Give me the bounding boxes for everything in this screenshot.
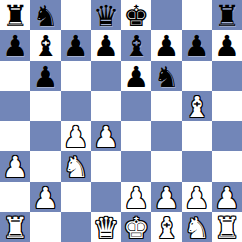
chess-board: ♜♞♛♚♜♟♝♟♟♝♟♟♟♟♟♞♝♟♟♟♞♟♟♟♟♟♜♛♚♝♞♜ (0, 0, 242, 242)
square-a2[interactable] (0, 182, 30, 212)
square-b1[interactable] (30, 212, 60, 242)
square-b8[interactable]: ♞ (30, 0, 60, 30)
square-f4[interactable] (151, 121, 181, 151)
square-c1[interactable] (61, 212, 91, 242)
square-g3[interactable] (182, 151, 212, 181)
square-d2[interactable] (91, 182, 121, 212)
piece-white-pawn[interactable]: ♟ (153, 183, 179, 212)
square-g2[interactable]: ♟ (182, 182, 212, 212)
square-g5[interactable]: ♝ (182, 91, 212, 121)
square-c3[interactable]: ♞ (61, 151, 91, 181)
square-e3[interactable] (121, 151, 151, 181)
piece-black-pawn[interactable]: ♟ (63, 31, 89, 60)
square-b5[interactable] (30, 91, 60, 121)
square-d1[interactable]: ♛ (91, 212, 121, 242)
square-g1[interactable]: ♞ (182, 212, 212, 242)
piece-white-knight[interactable]: ♞ (63, 152, 89, 181)
square-c5[interactable] (61, 91, 91, 121)
square-e2[interactable]: ♟ (121, 182, 151, 212)
piece-white-king[interactable]: ♚ (123, 213, 149, 242)
square-d7[interactable]: ♟ (91, 30, 121, 60)
square-a6[interactable] (0, 61, 30, 91)
piece-white-rook[interactable]: ♜ (214, 213, 240, 242)
square-e4[interactable] (121, 121, 151, 151)
square-g7[interactable]: ♟ (182, 30, 212, 60)
square-a3[interactable]: ♟ (0, 151, 30, 181)
piece-black-pawn[interactable]: ♟ (123, 62, 149, 91)
square-d6[interactable] (91, 61, 121, 91)
square-g6[interactable] (182, 61, 212, 91)
square-b2[interactable]: ♟ (30, 182, 60, 212)
square-h2[interactable]: ♟ (212, 182, 242, 212)
square-b6[interactable]: ♟ (30, 61, 60, 91)
square-f5[interactable] (151, 91, 181, 121)
piece-black-pawn[interactable]: ♟ (2, 31, 28, 60)
square-a5[interactable] (0, 91, 30, 121)
piece-white-rook[interactable]: ♜ (2, 213, 28, 242)
square-h8[interactable]: ♜ (212, 0, 242, 30)
piece-black-pawn[interactable]: ♟ (153, 31, 179, 60)
square-e6[interactable]: ♟ (121, 61, 151, 91)
piece-black-pawn[interactable]: ♟ (214, 31, 240, 60)
square-a1[interactable]: ♜ (0, 212, 30, 242)
square-g4[interactable] (182, 121, 212, 151)
piece-white-pawn[interactable]: ♟ (123, 183, 149, 212)
square-h7[interactable]: ♟ (212, 30, 242, 60)
square-c8[interactable] (61, 0, 91, 30)
square-a7[interactable]: ♟ (0, 30, 30, 60)
square-a4[interactable] (0, 121, 30, 151)
square-h4[interactable] (212, 121, 242, 151)
piece-white-queen[interactable]: ♛ (93, 213, 119, 242)
piece-black-knight[interactable]: ♞ (32, 1, 58, 30)
square-f2[interactable]: ♟ (151, 182, 181, 212)
square-b7[interactable]: ♝ (30, 30, 60, 60)
square-f6[interactable]: ♞ (151, 61, 181, 91)
square-c4[interactable]: ♟ (61, 121, 91, 151)
square-e7[interactable]: ♝ (121, 30, 151, 60)
piece-white-pawn[interactable]: ♟ (63, 122, 89, 151)
square-d4[interactable]: ♟ (91, 121, 121, 151)
square-h5[interactable] (212, 91, 242, 121)
piece-black-bishop[interactable]: ♝ (32, 31, 58, 60)
piece-black-rook[interactable]: ♜ (2, 1, 28, 30)
piece-black-knight[interactable]: ♞ (153, 62, 179, 91)
square-e1[interactable]: ♚ (121, 212, 151, 242)
square-b3[interactable] (30, 151, 60, 181)
piece-white-bishop[interactable]: ♝ (184, 92, 210, 121)
square-c6[interactable] (61, 61, 91, 91)
square-f1[interactable]: ♝ (151, 212, 181, 242)
square-d5[interactable] (91, 91, 121, 121)
piece-white-pawn[interactable]: ♟ (184, 183, 210, 212)
square-f7[interactable]: ♟ (151, 30, 181, 60)
square-e8[interactable]: ♚ (121, 0, 151, 30)
square-g8[interactable] (182, 0, 212, 30)
square-e5[interactable] (121, 91, 151, 121)
piece-white-knight[interactable]: ♞ (184, 213, 210, 242)
piece-white-bishop[interactable]: ♝ (153, 213, 179, 242)
piece-black-pawn[interactable]: ♟ (32, 62, 58, 91)
piece-black-pawn[interactable]: ♟ (93, 31, 119, 60)
square-h6[interactable] (212, 61, 242, 91)
piece-white-pawn[interactable]: ♟ (93, 122, 119, 151)
square-h3[interactable] (212, 151, 242, 181)
piece-black-rook[interactable]: ♜ (214, 1, 240, 30)
square-c7[interactable]: ♟ (61, 30, 91, 60)
square-h1[interactable]: ♜ (212, 212, 242, 242)
piece-black-king[interactable]: ♚ (123, 1, 149, 30)
square-d8[interactable]: ♛ (91, 0, 121, 30)
piece-black-bishop[interactable]: ♝ (123, 31, 149, 60)
square-c2[interactable] (61, 182, 91, 212)
piece-black-queen[interactable]: ♛ (93, 1, 119, 30)
square-f3[interactable] (151, 151, 181, 181)
square-d3[interactable] (91, 151, 121, 181)
square-a8[interactable]: ♜ (0, 0, 30, 30)
square-f8[interactable] (151, 0, 181, 30)
piece-white-pawn[interactable]: ♟ (2, 152, 28, 181)
piece-black-pawn[interactable]: ♟ (184, 31, 210, 60)
piece-white-pawn[interactable]: ♟ (214, 183, 240, 212)
piece-white-pawn[interactable]: ♟ (32, 183, 58, 212)
square-b4[interactable] (30, 121, 60, 151)
